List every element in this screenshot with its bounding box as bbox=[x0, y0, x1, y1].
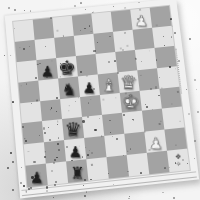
noise-speck bbox=[14, 9, 16, 11]
square-d2 bbox=[84, 136, 106, 159]
piece-white-pawn: ♟ bbox=[149, 137, 163, 152]
square-b6: ♟ bbox=[36, 58, 58, 80]
piece-black-king: ♚ bbox=[58, 58, 76, 78]
square-h7 bbox=[152, 26, 174, 48]
square-a1: ♟ bbox=[26, 164, 48, 188]
square-d3 bbox=[82, 115, 104, 138]
square-g6 bbox=[135, 48, 157, 70]
noise-speck bbox=[194, 79, 195, 80]
piece-black-pawn: ♟ bbox=[41, 64, 55, 79]
noise-speck bbox=[4, 55, 5, 56]
square-c6: ♚ bbox=[56, 56, 78, 78]
square-f4: ♚ bbox=[120, 90, 142, 113]
square-b1 bbox=[46, 162, 68, 186]
square-b8 bbox=[33, 18, 54, 40]
noise-speck bbox=[30, 10, 32, 12]
square-h8 bbox=[150, 6, 172, 28]
square-g3 bbox=[142, 109, 164, 132]
piece-white-queen: ♛ bbox=[120, 73, 137, 92]
square-f8 bbox=[111, 10, 133, 32]
noise-speck bbox=[8, 7, 10, 9]
noise-speck bbox=[7, 167, 9, 169]
square-a6 bbox=[17, 60, 39, 82]
noise-speck bbox=[12, 161, 14, 163]
square-h6 bbox=[154, 46, 176, 68]
noise-speck bbox=[80, 2, 82, 4]
noise-speck bbox=[197, 111, 199, 113]
square-g8: ♟ bbox=[130, 8, 152, 30]
square-b3 bbox=[42, 119, 64, 142]
square-h2 bbox=[164, 128, 187, 151]
piece-black-queen: ♛ bbox=[64, 120, 81, 139]
square-a7 bbox=[15, 40, 36, 62]
square-c8 bbox=[52, 16, 74, 38]
photo-stage: ♟♟♚♞♟♝♛♚♛♟♟♟♜❖✧ bbox=[0, 0, 200, 200]
square-e7 bbox=[93, 32, 115, 54]
square-c4 bbox=[60, 97, 82, 120]
square-g7 bbox=[133, 28, 155, 50]
square-g2: ♟ bbox=[144, 130, 167, 153]
noise-speck bbox=[128, 198, 129, 199]
square-d7 bbox=[74, 34, 96, 56]
noise-speck bbox=[74, 5, 75, 6]
piece-black-pawn: ♟ bbox=[69, 145, 83, 160]
square-a5 bbox=[18, 80, 40, 103]
square-f1 bbox=[127, 153, 150, 176]
noise-speck bbox=[172, 25, 173, 26]
square-e2 bbox=[104, 134, 126, 157]
chess-board: ♟♟♚♞♟♝♛♚♛♟♟♟♜❖✧ bbox=[13, 6, 190, 187]
square-c5: ♞ bbox=[58, 76, 80, 99]
square-d8 bbox=[72, 14, 94, 36]
noise-speck bbox=[84, 195, 86, 197]
piece-white-bishop: ♝ bbox=[101, 77, 116, 94]
noise-speck bbox=[129, 196, 130, 197]
square-b2 bbox=[44, 140, 66, 163]
square-e3 bbox=[102, 113, 124, 136]
piece-black-pawn: ♟ bbox=[82, 81, 95, 96]
square-b7 bbox=[35, 38, 57, 60]
piece-white-king: ♚ bbox=[122, 92, 140, 112]
square-g4 bbox=[140, 88, 162, 111]
square-g1 bbox=[147, 151, 170, 174]
noise-speck bbox=[10, 152, 11, 153]
square-e8 bbox=[91, 12, 113, 34]
square-h4 bbox=[159, 86, 181, 109]
noise-speck bbox=[86, 191, 87, 192]
square-f7 bbox=[113, 30, 135, 52]
square-a2 bbox=[24, 142, 46, 165]
square-h1: ❖✧ bbox=[167, 149, 190, 172]
square-a8 bbox=[13, 20, 34, 42]
noise-speck bbox=[12, 189, 14, 191]
piece-black-pawn: ♟ bbox=[30, 171, 44, 186]
piece-black-rook: ♜ bbox=[70, 165, 85, 181]
noise-speck bbox=[162, 192, 164, 194]
piece-white-pawn: ♟ bbox=[135, 14, 148, 28]
square-d4 bbox=[80, 95, 102, 118]
square-c7 bbox=[54, 36, 76, 58]
noise-speck bbox=[53, 197, 54, 198]
noise-speck bbox=[173, 197, 175, 199]
square-f2 bbox=[124, 132, 146, 155]
square-d1 bbox=[86, 157, 108, 181]
square-a3 bbox=[22, 122, 44, 145]
square-h5 bbox=[157, 66, 179, 88]
noise-speck bbox=[10, 55, 11, 56]
noise-speck bbox=[189, 38, 191, 40]
square-h3 bbox=[162, 107, 185, 130]
noise-speck bbox=[24, 10, 26, 12]
piece-black-knight: ♞ bbox=[61, 81, 76, 98]
square-d6 bbox=[76, 54, 98, 76]
square-f6 bbox=[115, 50, 137, 72]
noise-speck bbox=[124, 7, 126, 9]
square-b5 bbox=[38, 78, 60, 101]
square-d5: ♟ bbox=[78, 74, 100, 97]
square-c3: ♛ bbox=[62, 117, 84, 140]
square-e6 bbox=[96, 52, 118, 74]
square-f5: ♛ bbox=[117, 70, 139, 93]
square-e5: ♝ bbox=[98, 72, 120, 95]
square-a4 bbox=[20, 101, 42, 124]
square-g5 bbox=[137, 68, 159, 90]
square-f3 bbox=[122, 111, 144, 134]
square-c1: ♜ bbox=[66, 159, 88, 183]
maker-emblem-icon: ❖✧ bbox=[175, 154, 182, 168]
chess-board-sheet: ♟♟♚♞♟♝♛♚♛♟♟♟♜❖✧ bbox=[5, 0, 199, 198]
noise-speck bbox=[196, 89, 197, 90]
square-e1 bbox=[106, 155, 129, 178]
square-b4 bbox=[40, 99, 62, 122]
square-c2: ♟ bbox=[64, 138, 86, 161]
square-e4 bbox=[100, 92, 122, 115]
